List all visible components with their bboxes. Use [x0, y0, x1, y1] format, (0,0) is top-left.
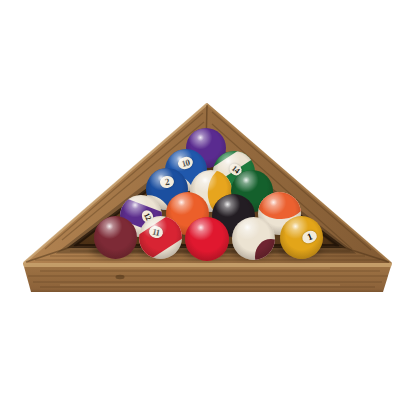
- wood-knot: [116, 275, 125, 279]
- ball-2-number: 2: [164, 177, 170, 187]
- rack-front-face: [23, 263, 392, 292]
- rack-front-top-edge-highlight: [23, 263, 392, 267]
- ball-1-number-circle: 1: [300, 229, 318, 246]
- ball-10-number: 10: [180, 157, 190, 169]
- ball-gloss: [94, 216, 137, 259]
- ball-gloss: [185, 217, 229, 261]
- pool-rack-photo: 10 14 2 12 11: [0, 0, 416, 416]
- ball-3-red-solid: [185, 217, 229, 261]
- ball-11-red-band: [139, 216, 182, 259]
- ball-1-yellow-solid: 1: [280, 216, 323, 259]
- ball-10-number-circle: 10: [176, 155, 194, 170]
- ball-15-maroon-stripe: [232, 217, 275, 260]
- ball-11-number: 11: [152, 226, 161, 237]
- ball-7-maroon-solid: [94, 216, 137, 259]
- ball-2-number-circle: 2: [159, 175, 175, 189]
- ball-11-red-stripe: 11: [139, 216, 182, 259]
- ball-1-number: 1: [305, 232, 313, 243]
